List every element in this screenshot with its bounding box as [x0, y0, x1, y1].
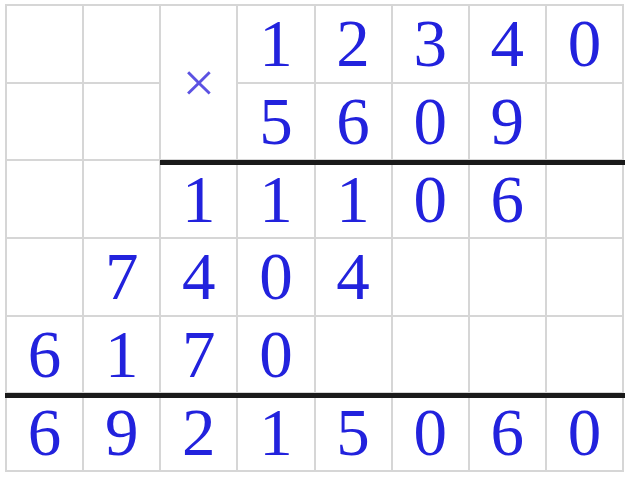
cell-r3c7: 6 — [470, 161, 547, 239]
cell-r4c8 — [547, 239, 624, 317]
cell-r1c5: 2 — [316, 6, 393, 84]
cell-r5c5 — [316, 317, 393, 395]
cell-r4c3: 4 — [161, 239, 238, 317]
cell-r4c2: 7 — [84, 239, 161, 317]
cell-r4c1 — [7, 239, 84, 317]
cell-r2c7: 9 — [470, 84, 547, 162]
cell-r1c8: 0 — [547, 6, 624, 84]
cell-r3c8 — [547, 161, 624, 239]
cell-r5c6 — [393, 317, 470, 395]
cell-r5c1: 6 — [7, 317, 84, 395]
cell-r1c4: 1 — [238, 6, 315, 84]
cell-r6c1: 6 — [7, 394, 84, 472]
cell-r2c6: 0 — [393, 84, 470, 162]
cell-r5c4: 0 — [238, 317, 315, 395]
cell-r1c1 — [7, 6, 84, 84]
multiplication-sign: × — [161, 6, 238, 161]
total-rule-line — [5, 393, 625, 398]
cell-r3c4: 1 — [238, 161, 315, 239]
cell-r1c2 — [84, 6, 161, 84]
cell-r6c3: 2 — [161, 394, 238, 472]
cell-r3c5: 1 — [316, 161, 393, 239]
cell-r5c8 — [547, 317, 624, 395]
cell-r3c1 — [7, 161, 84, 239]
cell-r3c3: 1 — [161, 161, 238, 239]
cell-r2c1 — [7, 84, 84, 162]
cell-r5c2: 1 — [84, 317, 161, 395]
partial-products-rule-line — [160, 160, 625, 165]
cell-r4c7 — [470, 239, 547, 317]
cell-r6c2: 9 — [84, 394, 161, 472]
cell-r6c7: 6 — [470, 394, 547, 472]
cell-r3c6: 0 — [393, 161, 470, 239]
multiplication-grid: × 1 2 3 4 0 5 6 0 9 1 1 1 0 6 7 4 0 4 6 … — [5, 4, 624, 472]
cell-r2c8 — [547, 84, 624, 162]
cell-r5c3: 7 — [161, 317, 238, 395]
cell-r4c4: 0 — [238, 239, 315, 317]
cell-r6c4: 1 — [238, 394, 315, 472]
cell-r6c8: 0 — [547, 394, 624, 472]
cell-r5c7 — [470, 317, 547, 395]
cell-r2c4: 5 — [238, 84, 315, 162]
cell-r1c6: 3 — [393, 6, 470, 84]
cell-r6c5: 5 — [316, 394, 393, 472]
cell-r4c5: 4 — [316, 239, 393, 317]
cell-r6c6: 0 — [393, 394, 470, 472]
cell-r3c2 — [84, 161, 161, 239]
cell-r1c7: 4 — [470, 6, 547, 84]
cell-r2c5: 6 — [316, 84, 393, 162]
worksheet-page: × 1 2 3 4 0 5 6 0 9 1 1 1 0 6 7 4 0 4 6 … — [0, 0, 630, 478]
cell-r4c6 — [393, 239, 470, 317]
cell-r2c2 — [84, 84, 161, 162]
